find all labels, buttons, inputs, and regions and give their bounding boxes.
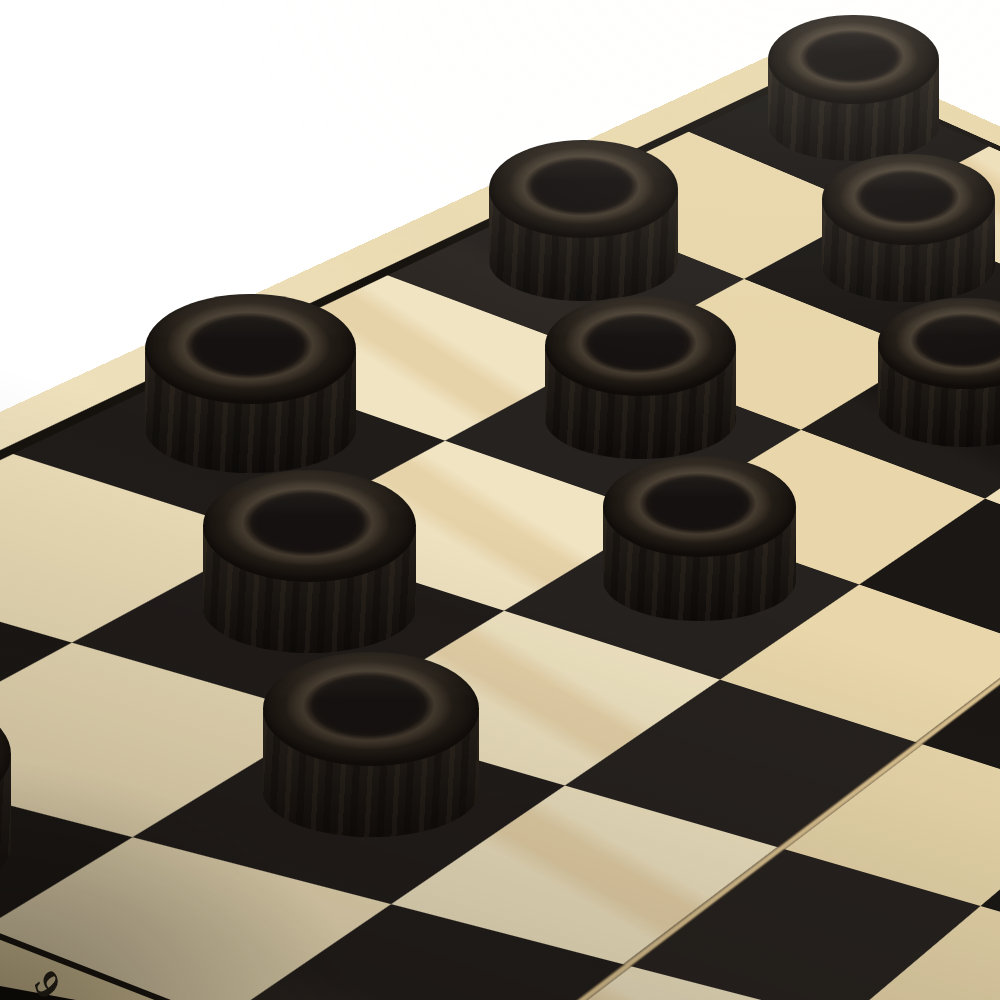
board-plane (0, 70, 1000, 1000)
photo-stage: 6 (0, 0, 1000, 1000)
